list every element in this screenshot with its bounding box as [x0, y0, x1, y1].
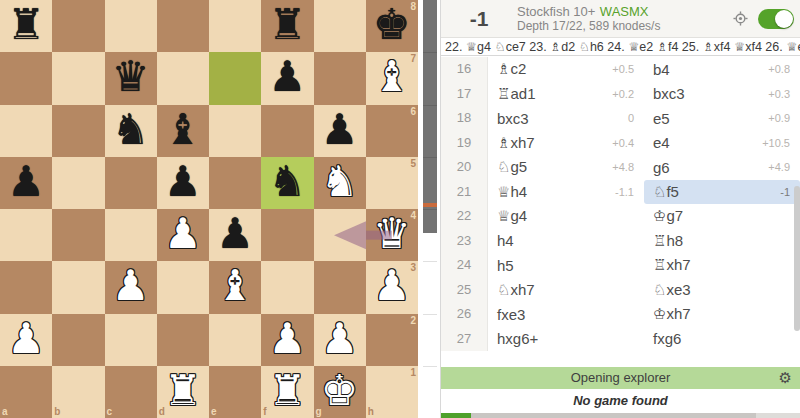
- move-white-26[interactable]: fxe3: [488, 302, 644, 327]
- move-black-22[interactable]: ♔g7: [644, 204, 800, 229]
- move-eval: -1: [780, 186, 790, 198]
- square-h5[interactable]: 5: [366, 157, 418, 209]
- eval-gauge: [423, 0, 437, 418]
- move-san: g6: [653, 159, 670, 176]
- square-f6[interactable]: [261, 105, 313, 157]
- piece-wN-g5[interactable]: ♞: [314, 156, 366, 208]
- move-san: h5: [497, 257, 514, 274]
- move-san: ♗xh7: [497, 134, 535, 152]
- piece-bR-a8[interactable]: ♜: [0, 0, 52, 51]
- square-a2[interactable]: ♟: [0, 314, 52, 366]
- coord-rank-2: 2: [410, 315, 416, 326]
- square-b4[interactable]: [52, 209, 104, 261]
- move-row-20: 20♘g5+4.8g6+4.9: [441, 155, 800, 180]
- coord-file-h: h: [368, 406, 374, 417]
- piece-bP-f7[interactable]: ♟: [261, 51, 313, 103]
- piece-bN-f5[interactable]: ♞: [261, 156, 313, 208]
- move-eval: +10.5: [762, 137, 790, 149]
- opening-explorer-bar[interactable]: Opening explorer ⚙: [441, 367, 800, 389]
- move-black-19[interactable]: e4+10.5: [644, 131, 800, 156]
- move-eval: +0.3: [768, 88, 790, 100]
- move-number-20: 20: [441, 155, 488, 180]
- piece-wB-e3[interactable]: ♝: [209, 260, 261, 312]
- move-row-16: 16♗c2+0.5b4+0.8: [441, 57, 800, 82]
- coord-rank-7: 7: [410, 53, 416, 64]
- square-c7[interactable]: ♛: [105, 52, 157, 104]
- square-e2[interactable]: [209, 314, 261, 366]
- move-san: ♘g5: [497, 158, 527, 176]
- move-number-19: 19: [441, 131, 488, 156]
- coord-rank-6: 6: [410, 106, 416, 117]
- square-f7[interactable]: ♟: [261, 52, 313, 104]
- eval-gauge-midline: [423, 203, 437, 207]
- square-a3[interactable]: [0, 261, 52, 313]
- square-h7[interactable]: ♝7: [366, 52, 418, 104]
- move-san: ♖ad1: [497, 85, 535, 103]
- piece-bP-d5[interactable]: ♟: [157, 156, 209, 208]
- square-h1[interactable]: 1h: [366, 366, 418, 418]
- move-eval: +0.5: [612, 63, 634, 75]
- square-e4[interactable]: ♟: [209, 209, 261, 261]
- square-f8[interactable]: ♜: [261, 0, 313, 52]
- engine-info: Stockfish 10+ WASMX Depth 17/22, 589 kno…: [517, 3, 733, 34]
- move-white-19[interactable]: ♗xh7+0.4: [488, 131, 644, 156]
- square-h8[interactable]: ♚8: [366, 0, 418, 52]
- coord-file-b: b: [54, 406, 60, 417]
- square-d1[interactable]: ♜d: [157, 366, 209, 418]
- move-number-16: 16: [441, 57, 488, 82]
- move-list: 16♗c2+0.5b4+0.817♖ad1+0.2bxc3+0.318bxc30…: [441, 57, 800, 351]
- eval-gauge-segment-line: [423, 261, 437, 262]
- engine-eval: -1: [441, 7, 517, 31]
- move-row-27: 27hxg6+fxg6: [441, 327, 800, 352]
- move-row-22: 22♕g4♔g7: [441, 204, 800, 229]
- square-d5[interactable]: ♟: [157, 157, 209, 209]
- move-white-24[interactable]: h5: [488, 253, 644, 278]
- piece-wR-f1[interactable]: ♜: [261, 365, 313, 417]
- move-san: ♖h8: [653, 232, 683, 250]
- move-white-20[interactable]: ♘g5+4.8: [488, 155, 644, 180]
- square-c1[interactable]: c: [105, 366, 157, 418]
- square-b2[interactable]: [52, 314, 104, 366]
- move-san: bxc3: [497, 110, 529, 127]
- piece-bQ-c7[interactable]: ♛: [105, 51, 157, 103]
- eval-gauge-segment-line: [423, 105, 437, 106]
- engine-name: Stockfish 10+: [517, 4, 595, 19]
- move-number-22: 22: [441, 204, 488, 229]
- target-icon[interactable]: [733, 11, 748, 26]
- move-black-17[interactable]: bxc3+0.3: [644, 82, 800, 107]
- square-h4[interactable]: ♛4: [366, 209, 418, 261]
- square-c5[interactable]: [105, 157, 157, 209]
- move-eval: +0.9: [768, 112, 790, 124]
- piece-bR-f8[interactable]: ♜: [261, 0, 313, 51]
- piece-wP-f2[interactable]: ♟: [261, 313, 313, 365]
- analysis-panel: -1 Stockfish 10+ WASMX Depth 17/22, 589 …: [440, 0, 800, 418]
- move-row-17: 17♖ad1+0.2bxc3+0.3: [441, 82, 800, 107]
- move-san: ♔g7: [653, 207, 683, 225]
- square-c3[interactable]: ♟: [105, 261, 157, 313]
- move-row-18: 18bxc30e5+0.9: [441, 106, 800, 131]
- move-white-27[interactable]: hxg6+: [488, 327, 644, 352]
- move-san: hxg6+: [497, 330, 538, 347]
- square-b6[interactable]: [52, 105, 104, 157]
- coord-rank-8: 8: [410, 1, 416, 12]
- square-e8[interactable]: [209, 0, 261, 52]
- explorer-status: No game found: [441, 389, 800, 413]
- square-e3[interactable]: ♝: [209, 261, 261, 313]
- eval-gauge-segment-line: [423, 209, 437, 210]
- coord-file-c: c: [107, 406, 113, 417]
- square-d4[interactable]: ♟: [157, 209, 209, 261]
- move-eval: +0.2: [612, 88, 634, 100]
- move-black-21[interactable]: ♘f5-1: [644, 180, 800, 205]
- opening-explorer-title: Opening explorer: [571, 370, 671, 385]
- square-g5[interactable]: ♞: [314, 157, 366, 209]
- eval-gauge-segment-line: [423, 314, 437, 315]
- square-f1[interactable]: ♜f: [261, 366, 313, 418]
- move-number-25: 25: [441, 278, 488, 303]
- square-b3[interactable]: [52, 261, 104, 313]
- progress-tail-segment: [756, 413, 800, 418]
- move-number-27: 27: [441, 327, 488, 352]
- move-san: ♘xe3: [653, 281, 691, 299]
- square-c2[interactable]: [105, 314, 157, 366]
- square-e6[interactable]: [209, 105, 261, 157]
- engine-pv-line[interactable]: 22. ♕g4 ♘ce7 23. ♗d2 ♘h6 24. ♕e2 ♗f4 25.…: [441, 39, 800, 56]
- move-eval: +4.8: [612, 161, 634, 173]
- square-g3[interactable]: [314, 261, 366, 313]
- move-black-26[interactable]: ♔xh7: [644, 302, 800, 327]
- move-white-25[interactable]: ♘xh7: [488, 278, 644, 303]
- square-h3[interactable]: ♟3: [366, 261, 418, 313]
- square-d2[interactable]: [157, 314, 209, 366]
- engine-depth: Depth 17/22, 589 knodes/s: [517, 19, 733, 34]
- move-row-25: 25♘xh7♘xe3: [441, 278, 800, 303]
- move-eval: 0: [628, 112, 634, 124]
- piece-wP-g2[interactable]: ♟: [314, 313, 366, 365]
- gear-icon[interactable]: ⚙: [779, 367, 792, 389]
- piece-bP-a5[interactable]: ♟: [0, 156, 52, 208]
- scrollbar-thumb[interactable]: [794, 186, 800, 331]
- move-san: ♕h4: [497, 183, 527, 201]
- square-c4[interactable]: [105, 209, 157, 261]
- move-san: ♔xh7: [653, 305, 691, 323]
- square-b1[interactable]: b: [52, 366, 104, 418]
- coord-file-f: f: [263, 406, 266, 417]
- square-d6[interactable]: ♝: [157, 105, 209, 157]
- eval-gauge-segment-line: [423, 366, 437, 367]
- move-number-23: 23: [441, 229, 488, 254]
- move-san: bxc3: [653, 85, 685, 102]
- move-black-27[interactable]: fxg6: [644, 327, 800, 352]
- square-d7[interactable]: [157, 52, 209, 104]
- square-e7[interactable]: [209, 52, 261, 104]
- piece-bP-e4[interactable]: ♟: [209, 208, 261, 260]
- square-g1[interactable]: ♚g: [314, 366, 366, 418]
- piece-wP-d4[interactable]: ♟: [157, 208, 209, 260]
- move-row-21: 21♕h4-1.1♘f5-1: [441, 180, 800, 205]
- move-white-16[interactable]: ♗c2+0.5: [488, 57, 644, 82]
- move-white-18[interactable]: bxc30: [488, 106, 644, 131]
- move-san: b4: [653, 61, 670, 78]
- move-number-26: 26: [441, 302, 488, 327]
- lichess-analysis-screen: ♜♜♚8♛♟♝7♞♝♟6♟♟♞♞5♟♟♛4♟♝♟3♟♟♟2abc♜de♜f♚g1…: [0, 0, 800, 418]
- move-black-18[interactable]: e5+0.9: [644, 106, 800, 131]
- square-d3[interactable]: [157, 261, 209, 313]
- piece-bP-g6[interactable]: ♟: [314, 104, 366, 156]
- square-f4[interactable]: [261, 209, 313, 261]
- move-white-21[interactable]: ♕h4-1.1: [488, 180, 644, 205]
- move-white-22[interactable]: ♕g4: [488, 204, 644, 229]
- move-eval: +0.8: [768, 63, 790, 75]
- move-san: e4: [653, 134, 670, 151]
- square-e5[interactable]: [209, 157, 261, 209]
- square-b5[interactable]: [52, 157, 104, 209]
- square-b7[interactable]: [52, 52, 104, 104]
- move-eval: +0.4: [612, 137, 634, 149]
- move-number-21: 21: [441, 180, 488, 205]
- chess-board[interactable]: ♜♜♚8♛♟♝7♞♝♟6♟♟♞♞5♟♟♛4♟♝♟3♟♟♟2abc♜de♜f♚g1…: [0, 0, 418, 418]
- coord-rank-1: 1: [410, 367, 416, 378]
- square-f3[interactable]: [261, 261, 313, 313]
- move-number-18: 18: [441, 106, 488, 131]
- move-eval: +4.9: [768, 161, 790, 173]
- square-g6[interactable]: ♟: [314, 105, 366, 157]
- coord-rank-5: 5: [410, 158, 416, 169]
- piece-bB-d6[interactable]: ♝: [157, 104, 209, 156]
- coord-rank-4: 4: [410, 210, 416, 221]
- eval-gauge-segment-line: [423, 52, 437, 53]
- move-san: ♘xh7: [497, 281, 535, 299]
- square-g7[interactable]: [314, 52, 366, 104]
- eval-gauge-segment-line: [423, 157, 437, 158]
- engine-toggle-knob: [775, 10, 793, 28]
- move-white-17[interactable]: ♖ad1+0.2: [488, 82, 644, 107]
- square-g2[interactable]: ♟: [314, 314, 366, 366]
- coord-file-d: d: [159, 406, 165, 417]
- move-san: ♕g4: [497, 207, 527, 225]
- square-a7[interactable]: [0, 52, 52, 104]
- square-h6[interactable]: 6: [366, 105, 418, 157]
- move-black-24[interactable]: ♖xh7: [644, 253, 800, 278]
- move-san: h4: [497, 232, 514, 249]
- engine-tech-badge: WASMX: [600, 4, 649, 19]
- move-row-19: 19♗xh7+0.4e4+10.5: [441, 131, 800, 156]
- square-c8[interactable]: [105, 0, 157, 52]
- move-row-24: 24h5♖xh7: [441, 253, 800, 278]
- square-h2[interactable]: 2: [366, 314, 418, 366]
- header-icons: [733, 9, 800, 29]
- bottom-progress-strip: [441, 413, 800, 418]
- piece-bN-c6[interactable]: ♞: [105, 104, 157, 156]
- square-a8[interactable]: ♜: [0, 0, 52, 52]
- move-san: e5: [653, 110, 670, 127]
- move-row-23: 23h4♖h8: [441, 229, 800, 254]
- square-a1[interactable]: a: [0, 366, 52, 418]
- piece-wP-a2[interactable]: ♟: [0, 313, 52, 365]
- move-row-26: 26fxe3♔xh7: [441, 302, 800, 327]
- square-b8[interactable]: [52, 0, 104, 52]
- move-black-16[interactable]: b4+0.8: [644, 57, 800, 82]
- move-eval: -1.1: [615, 186, 634, 198]
- square-a4[interactable]: [0, 209, 52, 261]
- move-san: ♘f5: [653, 183, 679, 201]
- move-san: ♗c2: [497, 60, 526, 78]
- engine-header: -1 Stockfish 10+ WASMX Depth 17/22, 589 …: [441, 0, 800, 38]
- square-a5[interactable]: ♟: [0, 157, 52, 209]
- square-a6[interactable]: [0, 105, 52, 157]
- square-c6[interactable]: ♞: [105, 105, 157, 157]
- coord-file-g: g: [316, 406, 322, 417]
- engine-toggle[interactable]: [758, 9, 794, 29]
- move-san: fxg6: [653, 330, 681, 347]
- coord-rank-3: 3: [410, 262, 416, 273]
- square-d8[interactable]: [157, 0, 209, 52]
- square-g8[interactable]: [314, 0, 366, 52]
- move-black-20[interactable]: g6+4.9: [644, 155, 800, 180]
- square-g4[interactable]: [314, 209, 366, 261]
- coord-file-e: e: [211, 406, 217, 417]
- move-white-23[interactable]: h4: [488, 229, 644, 254]
- move-black-25[interactable]: ♘xe3: [644, 278, 800, 303]
- move-san: ♖xh7: [653, 256, 691, 274]
- progress-green-segment: [441, 413, 471, 418]
- piece-wP-c3[interactable]: ♟: [105, 260, 157, 312]
- move-number-17: 17: [441, 82, 488, 107]
- square-f2[interactable]: ♟: [261, 314, 313, 366]
- move-san: fxe3: [497, 306, 525, 323]
- coord-file-a: a: [2, 406, 8, 417]
- square-f5[interactable]: ♞: [261, 157, 313, 209]
- progress-gray-segment: [471, 413, 756, 418]
- move-number-24: 24: [441, 253, 488, 278]
- square-e1[interactable]: e: [209, 366, 261, 418]
- move-black-23[interactable]: ♖h8: [644, 229, 800, 254]
- eval-gauge-black-share: [423, 0, 437, 233]
